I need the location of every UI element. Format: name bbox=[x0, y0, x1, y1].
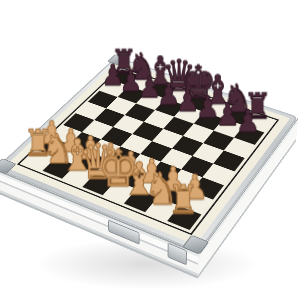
white-rook[interactable]: ♜ bbox=[150, 180, 216, 220]
square-f5[interactable] bbox=[172, 136, 203, 156]
latch[interactable] bbox=[108, 220, 140, 245]
black-pawn[interactable]: ♟ bbox=[218, 106, 278, 137]
chess-case: ♜♞♝♛♚♝♞♜♟♟♟♟♟♟♟♟♟♟♟♟♟♟♟♟♜♞♝♛♚♝♞♜ bbox=[0, 57, 298, 253]
product-photo: ♜♞♝♛♚♝♞♜♟♟♟♟♟♟♟♟♟♟♟♟♟♟♟♟♜♞♝♛♚♝♞♜ bbox=[0, 0, 300, 300]
